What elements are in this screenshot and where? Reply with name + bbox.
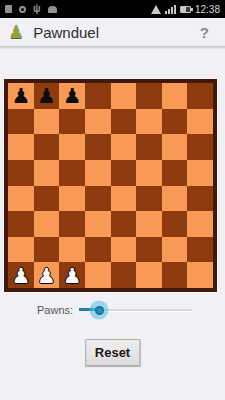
board-square-a7[interactable]: [8, 109, 34, 135]
black-pawn: ♟: [63, 85, 82, 106]
board-square-h1[interactable]: [187, 262, 213, 288]
board-square-g6[interactable]: [162, 134, 188, 160]
board-square-f8[interactable]: [136, 83, 162, 109]
board-square-e5[interactable]: [111, 160, 137, 186]
help-button[interactable]: ?: [194, 22, 215, 43]
board-square-a8[interactable]: ♟: [8, 83, 34, 109]
board-square-g3[interactable]: [162, 211, 188, 237]
board-square-g4[interactable]: [162, 186, 188, 212]
board-square-b8[interactable]: ♟: [34, 83, 60, 109]
board-square-e8[interactable]: [111, 83, 137, 109]
board-square-e1[interactable]: [111, 262, 137, 288]
board-square-f2[interactable]: [136, 237, 162, 263]
pawns-slider[interactable]: [79, 300, 192, 320]
android-notification-icon: [48, 6, 57, 13]
slider-inactive-track: [99, 309, 192, 311]
sdcard-notification-icon: [5, 5, 12, 13]
board-square-b3[interactable]: [34, 211, 60, 237]
board-square-d4[interactable]: [85, 186, 111, 212]
board-square-h4[interactable]: [187, 186, 213, 212]
white-pawn: ♟: [37, 265, 56, 286]
white-pawn: ♟: [63, 265, 82, 286]
board-square-a4[interactable]: [8, 186, 34, 212]
app-notification-icon: [19, 6, 26, 13]
board-square-a6[interactable]: [8, 134, 34, 160]
board-square-c5[interactable]: [59, 160, 85, 186]
board-square-d3[interactable]: [85, 211, 111, 237]
board-square-h2[interactable]: [187, 237, 213, 263]
board-square-b4[interactable]: [34, 186, 60, 212]
board-square-d7[interactable]: [85, 109, 111, 135]
board-square-f7[interactable]: [136, 109, 162, 135]
board-square-g7[interactable]: [162, 109, 188, 135]
pawnduel-app-screen: ψ 12:38 ♟ Pawnduel ? ♟♟♟♟♟♟ Pawns: Reset: [0, 0, 225, 400]
notification-icons: ψ: [5, 5, 57, 13]
board-square-a5[interactable]: [8, 160, 34, 186]
board-square-g1[interactable]: [162, 262, 188, 288]
usb-debugging-icon: ψ: [33, 5, 41, 13]
board-square-b2[interactable]: [34, 237, 60, 263]
board-square-b7[interactable]: [34, 109, 60, 135]
board-square-f3[interactable]: [136, 211, 162, 237]
board-square-c4[interactable]: [59, 186, 85, 212]
board-square-e4[interactable]: [111, 186, 137, 212]
app-bar: ♟ Pawnduel ?: [0, 18, 225, 46]
board-square-d2[interactable]: [85, 237, 111, 263]
board-square-h6[interactable]: [187, 134, 213, 160]
board-square-d1[interactable]: [85, 262, 111, 288]
board-square-b1[interactable]: ♟: [34, 262, 60, 288]
page-title: Pawnduel: [33, 24, 99, 41]
board-square-e7[interactable]: [111, 109, 137, 135]
board-square-c2[interactable]: [59, 237, 85, 263]
app-logo-pawn-icon: ♟: [8, 23, 24, 41]
board-square-g5[interactable]: [162, 160, 188, 186]
board-square-a3[interactable]: [8, 211, 34, 237]
board-square-f4[interactable]: [136, 186, 162, 212]
app-bar-divider: [0, 46, 225, 49]
board-square-e2[interactable]: [111, 237, 137, 263]
board-square-h3[interactable]: [187, 211, 213, 237]
board-square-g8[interactable]: [162, 83, 188, 109]
black-pawn: ♟: [37, 85, 56, 106]
board-square-d8[interactable]: [85, 83, 111, 109]
board-square-f1[interactable]: [136, 262, 162, 288]
board-square-e3[interactable]: [111, 211, 137, 237]
board-square-c3[interactable]: [59, 211, 85, 237]
pawns-slider-row: Pawns:: [0, 300, 225, 320]
board-square-g2[interactable]: [162, 237, 188, 263]
black-pawn: ♟: [11, 85, 30, 106]
board-square-e6[interactable]: [111, 134, 137, 160]
chess-board[interactable]: ♟♟♟♟♟♟: [8, 83, 213, 288]
cell-signal-icon: [165, 5, 176, 14]
board-square-a2[interactable]: [8, 237, 34, 263]
board-square-h8[interactable]: [187, 83, 213, 109]
reset-button[interactable]: Reset: [85, 339, 140, 366]
board-square-d5[interactable]: [85, 160, 111, 186]
board-square-c7[interactable]: [59, 109, 85, 135]
board-square-a1[interactable]: ♟: [8, 262, 34, 288]
clock: 12:38: [195, 4, 220, 15]
board-square-h7[interactable]: [187, 109, 213, 135]
pawns-label: Pawns:: [37, 304, 73, 316]
system-status-icons: 12:38: [151, 4, 220, 15]
board-square-c6[interactable]: [59, 134, 85, 160]
wifi-icon: [151, 5, 161, 14]
slider-thumb[interactable]: [90, 301, 109, 320]
board-square-f5[interactable]: [136, 160, 162, 186]
board-square-c1[interactable]: ♟: [59, 262, 85, 288]
board-square-b6[interactable]: [34, 134, 60, 160]
battery-icon: [180, 6, 191, 13]
board-square-h5[interactable]: [187, 160, 213, 186]
status-bar: ψ 12:38: [0, 0, 225, 18]
board-square-b5[interactable]: [34, 160, 60, 186]
board-square-f6[interactable]: [136, 134, 162, 160]
board-square-d6[interactable]: [85, 134, 111, 160]
board-square-c8[interactable]: ♟: [59, 83, 85, 109]
white-pawn: ♟: [11, 265, 30, 286]
board-frame: ♟♟♟♟♟♟: [4, 79, 217, 292]
